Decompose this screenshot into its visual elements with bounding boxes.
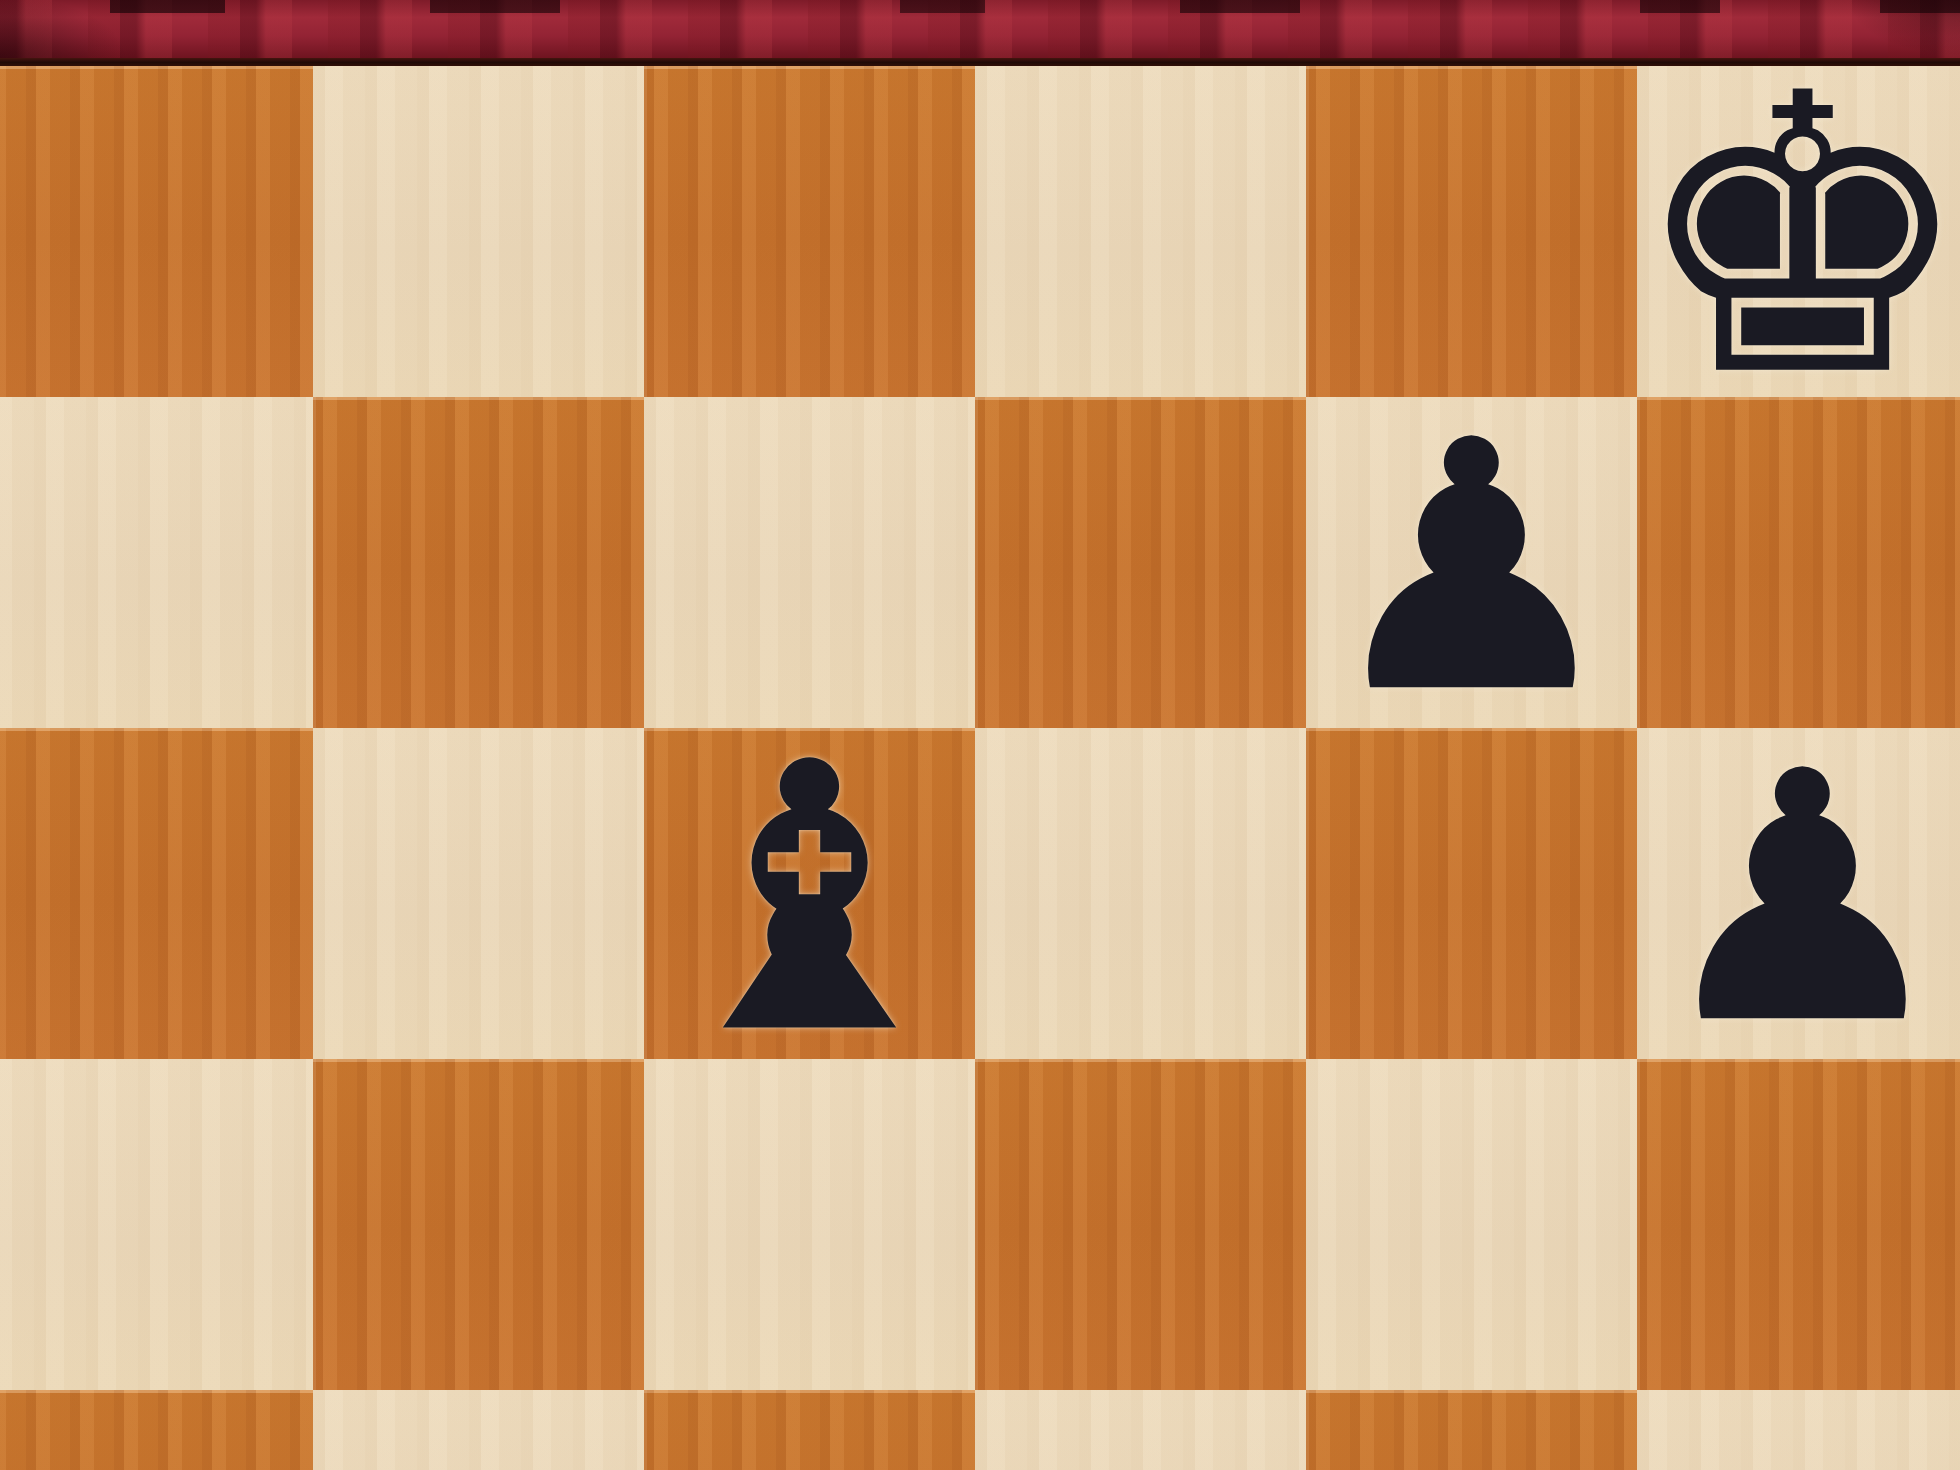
chess-board: ♚♟♝♟ [0,66,1960,1470]
square-d4[interactable] [644,1390,975,1470]
square-d8[interactable] [644,66,975,397]
black-bishop-d6[interactable]: ♝ [644,714,976,1084]
square-c6[interactable] [313,728,644,1059]
square-c8[interactable] [313,66,644,397]
square-e6[interactable] [975,728,1306,1059]
square-b4[interactable] [0,1390,313,1470]
square-b7[interactable] [0,397,313,728]
square-b6[interactable] [0,728,313,1059]
square-b8[interactable] [0,66,313,397]
black-pawn-f7[interactable]: ♟ [1317,395,1626,740]
chessboard-photo: ♚♟♝♟ [0,0,1960,1470]
square-b5[interactable] [0,1059,313,1390]
square-g6[interactable]: ♟ [1637,728,1960,1059]
square-f8[interactable] [1306,66,1637,397]
square-d6[interactable]: ♝ [644,728,975,1059]
black-pawn-g6[interactable]: ♟ [1648,726,1957,1071]
square-g5[interactable] [1637,1059,1960,1390]
square-f5[interactable] [1306,1059,1637,1390]
square-f7[interactable]: ♟ [1306,397,1637,728]
board-frame-edge-line [0,58,1960,66]
square-d7[interactable] [644,397,975,728]
square-g4[interactable] [1637,1390,1960,1470]
board-frame-top [0,0,1960,58]
square-f6[interactable] [1306,728,1637,1059]
square-c5[interactable] [313,1059,644,1390]
square-f4[interactable] [1306,1390,1637,1470]
square-e4[interactable] [975,1390,1306,1470]
square-e7[interactable] [975,397,1306,728]
square-e5[interactable] [975,1059,1306,1390]
square-e8[interactable] [975,66,1306,397]
black-king-g8[interactable]: ♚ [1630,45,1960,430]
square-c7[interactable] [313,397,644,728]
square-g8[interactable]: ♚ [1637,66,1960,397]
square-c4[interactable] [313,1390,644,1470]
